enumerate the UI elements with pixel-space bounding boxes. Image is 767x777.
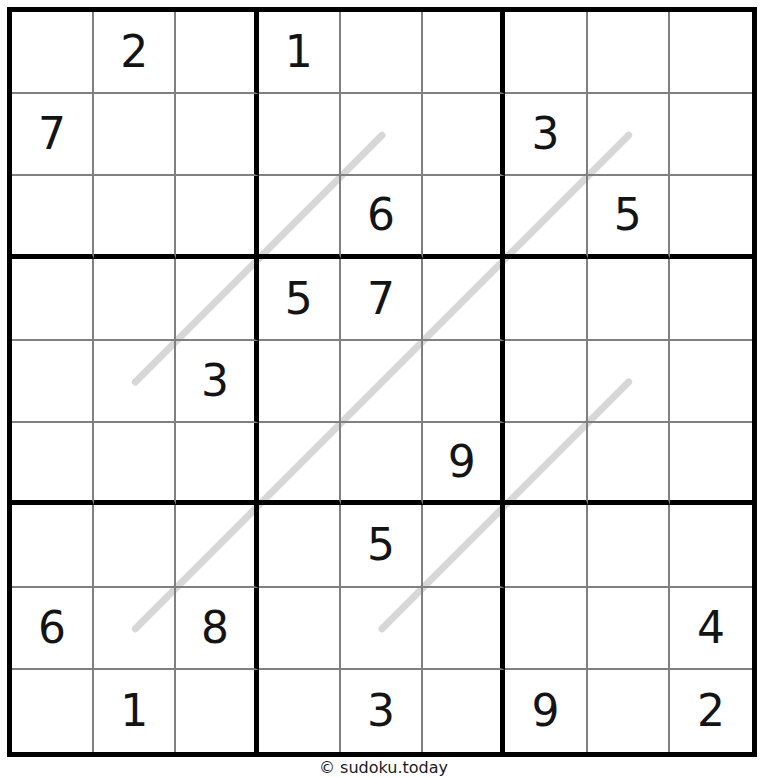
cell-r7c7[interactable] xyxy=(505,505,587,587)
cell-r6c1[interactable] xyxy=(12,423,94,505)
cell-r4c7[interactable] xyxy=(505,259,587,341)
cell-r8c5[interactable] xyxy=(341,588,423,670)
cell-r5c2[interactable] xyxy=(94,341,176,423)
cell-r2c5[interactable] xyxy=(341,94,423,176)
cell-r8c7[interactable] xyxy=(505,588,587,670)
cell-r4c1[interactable] xyxy=(12,259,94,341)
cell-r2c2[interactable] xyxy=(94,94,176,176)
cell-r4c8[interactable] xyxy=(588,259,670,341)
cell-r9c6[interactable] xyxy=(423,670,505,752)
cell-r7c4[interactable] xyxy=(259,505,341,587)
cell-r6c9[interactable] xyxy=(670,423,752,505)
cell-r7c2[interactable] xyxy=(94,505,176,587)
cell-r8c9[interactable]: 4 xyxy=(670,588,752,670)
cell-r5c9[interactable] xyxy=(670,341,752,423)
cell-r2c9[interactable] xyxy=(670,94,752,176)
cell-r4c2[interactable] xyxy=(94,259,176,341)
cell-r3c1[interactable] xyxy=(12,176,94,258)
cell-r8c2[interactable] xyxy=(94,588,176,670)
cell-r4c4[interactable]: 5 xyxy=(259,259,341,341)
cell-r5c7[interactable] xyxy=(505,341,587,423)
cell-r1c3[interactable] xyxy=(176,12,258,94)
cell-r5c4[interactable] xyxy=(259,341,341,423)
cell-r5c1[interactable] xyxy=(12,341,94,423)
cell-r8c8[interactable] xyxy=(588,588,670,670)
cell-r5c5[interactable] xyxy=(341,341,423,423)
cell-r6c4[interactable] xyxy=(259,423,341,505)
sudoku-grid: 217365573956841392 xyxy=(7,7,757,757)
cell-r1c5[interactable] xyxy=(341,12,423,94)
cell-r6c7[interactable] xyxy=(505,423,587,505)
cell-r7c9[interactable] xyxy=(670,505,752,587)
cell-r3c9[interactable] xyxy=(670,176,752,258)
cell-r9c7[interactable]: 9 xyxy=(505,670,587,752)
cell-r2c1[interactable]: 7 xyxy=(12,94,94,176)
cell-r6c5[interactable] xyxy=(341,423,423,505)
cell-r8c4[interactable] xyxy=(259,588,341,670)
cell-r9c4[interactable] xyxy=(259,670,341,752)
cell-r2c8[interactable] xyxy=(588,94,670,176)
copyright-text: © sudoku.today xyxy=(0,758,767,777)
sudoku-board: 217365573956841392 xyxy=(7,7,757,757)
cell-r3c8[interactable]: 5 xyxy=(588,176,670,258)
cell-r3c7[interactable] xyxy=(505,176,587,258)
cell-r4c6[interactable] xyxy=(423,259,505,341)
cell-r5c3[interactable]: 3 xyxy=(176,341,258,423)
cell-r3c3[interactable] xyxy=(176,176,258,258)
cell-r1c8[interactable] xyxy=(588,12,670,94)
cell-r8c3[interactable]: 8 xyxy=(176,588,258,670)
cell-r3c6[interactable] xyxy=(423,176,505,258)
cell-r3c4[interactable] xyxy=(259,176,341,258)
cell-r5c6[interactable] xyxy=(423,341,505,423)
cell-r9c9[interactable]: 2 xyxy=(670,670,752,752)
cell-r7c6[interactable] xyxy=(423,505,505,587)
cell-r4c9[interactable] xyxy=(670,259,752,341)
cell-r9c2[interactable]: 1 xyxy=(94,670,176,752)
cell-r5c8[interactable] xyxy=(588,341,670,423)
cell-r2c7[interactable]: 3 xyxy=(505,94,587,176)
cell-r4c5[interactable]: 7 xyxy=(341,259,423,341)
cell-r3c2[interactable] xyxy=(94,176,176,258)
cell-r1c1[interactable] xyxy=(12,12,94,94)
cell-r1c6[interactable] xyxy=(423,12,505,94)
cell-r7c5[interactable]: 5 xyxy=(341,505,423,587)
cell-r6c3[interactable] xyxy=(176,423,258,505)
cell-r3c5[interactable]: 6 xyxy=(341,176,423,258)
cell-r9c1[interactable] xyxy=(12,670,94,752)
cell-r6c2[interactable] xyxy=(94,423,176,505)
cell-r9c8[interactable] xyxy=(588,670,670,752)
cell-r9c5[interactable]: 3 xyxy=(341,670,423,752)
cell-r1c2[interactable]: 2 xyxy=(94,12,176,94)
cell-r9c3[interactable] xyxy=(176,670,258,752)
cell-r7c3[interactable] xyxy=(176,505,258,587)
cell-r1c4[interactable]: 1 xyxy=(259,12,341,94)
cell-r6c6[interactable]: 9 xyxy=(423,423,505,505)
cell-r6c8[interactable] xyxy=(588,423,670,505)
cell-r1c7[interactable] xyxy=(505,12,587,94)
cell-r2c4[interactable] xyxy=(259,94,341,176)
cell-r4c3[interactable] xyxy=(176,259,258,341)
cell-r8c6[interactable] xyxy=(423,588,505,670)
cell-r1c9[interactable] xyxy=(670,12,752,94)
sudoku-page: 217365573956841392 © sudoku.today xyxy=(0,0,767,777)
cell-r2c3[interactable] xyxy=(176,94,258,176)
cell-r2c6[interactable] xyxy=(423,94,505,176)
cell-r7c8[interactable] xyxy=(588,505,670,587)
cell-r8c1[interactable]: 6 xyxy=(12,588,94,670)
cell-r7c1[interactable] xyxy=(12,505,94,587)
